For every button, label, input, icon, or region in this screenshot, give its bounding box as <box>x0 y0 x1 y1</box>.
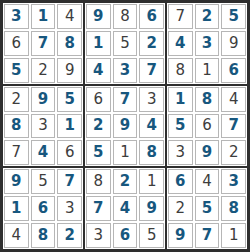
cell-r6c4[interactable]: 5 <box>86 140 111 165</box>
cell-r2c3[interactable]: 8 <box>57 31 82 56</box>
cell-r9c7[interactable]: 9 <box>168 223 193 248</box>
cell-r1c2[interactable]: 1 <box>31 4 56 29</box>
cell-r3c3[interactable]: 9 <box>57 58 82 83</box>
cell-r8c7[interactable]: 2 <box>168 196 193 221</box>
cell-r1c8[interactable]: 2 <box>195 4 220 29</box>
cell-r8c2[interactable]: 6 <box>31 196 56 221</box>
cell-r7c9[interactable]: 3 <box>221 169 246 194</box>
cell-r7c2[interactable]: 5 <box>31 169 56 194</box>
cell-r9c6[interactable]: 5 <box>139 223 164 248</box>
box-6: 184567392 <box>166 85 248 168</box>
cell-r9c1[interactable]: 4 <box>4 223 29 248</box>
cell-r1c7[interactable]: 7 <box>168 4 193 29</box>
cell-r2c1[interactable]: 6 <box>4 31 29 56</box>
box-7: 957163482 <box>2 167 84 250</box>
cell-r1c5[interactable]: 8 <box>113 4 138 29</box>
cell-r8c9[interactable]: 8 <box>221 196 246 221</box>
cell-r3c9[interactable]: 6 <box>221 58 246 83</box>
cell-r3c7[interactable]: 8 <box>168 58 193 83</box>
cell-r1c4[interactable]: 9 <box>86 4 111 29</box>
cell-r7c6[interactable]: 1 <box>139 169 164 194</box>
cell-r4c1[interactable]: 2 <box>4 87 29 112</box>
cell-r2c5[interactable]: 5 <box>113 31 138 56</box>
cell-r4c7[interactable]: 1 <box>168 87 193 112</box>
cell-r2c8[interactable]: 3 <box>195 31 220 56</box>
cell-r1c3[interactable]: 4 <box>57 4 82 29</box>
cell-r7c8[interactable]: 4 <box>195 169 220 194</box>
cell-r6c3[interactable]: 6 <box>57 140 82 165</box>
cell-r7c5[interactable]: 2 <box>113 169 138 194</box>
box-3: 725439816 <box>166 2 248 85</box>
cell-r7c3[interactable]: 7 <box>57 169 82 194</box>
cell-r5c3[interactable]: 1 <box>57 114 82 139</box>
cell-r8c5[interactable]: 4 <box>113 196 138 221</box>
cell-r9c8[interactable]: 7 <box>195 223 220 248</box>
cell-r2c2[interactable]: 7 <box>31 31 56 56</box>
cell-r1c6[interactable]: 6 <box>139 4 164 29</box>
cell-r4c2[interactable]: 9 <box>31 87 56 112</box>
cell-r6c6[interactable]: 8 <box>139 140 164 165</box>
cell-r3c8[interactable]: 1 <box>195 58 220 83</box>
cell-r3c2[interactable]: 2 <box>31 58 56 83</box>
cell-r6c5[interactable]: 1 <box>113 140 138 165</box>
cell-r4c9[interactable]: 4 <box>221 87 246 112</box>
cell-r9c4[interactable]: 3 <box>86 223 111 248</box>
cell-r9c5[interactable]: 6 <box>113 223 138 248</box>
cell-r5c1[interactable]: 8 <box>4 114 29 139</box>
cell-r4c3[interactable]: 5 <box>57 87 82 112</box>
cell-r3c1[interactable]: 5 <box>4 58 29 83</box>
cell-r5c6[interactable]: 4 <box>139 114 164 139</box>
cell-r2c7[interactable]: 4 <box>168 31 193 56</box>
box-8: 821749365 <box>84 167 166 250</box>
cell-r5c2[interactable]: 3 <box>31 114 56 139</box>
cell-r2c9[interactable]: 9 <box>221 31 246 56</box>
cell-r5c9[interactable]: 7 <box>221 114 246 139</box>
cell-r4c6[interactable]: 3 <box>139 87 164 112</box>
cell-r6c8[interactable]: 9 <box>195 140 220 165</box>
cell-r2c4[interactable]: 1 <box>86 31 111 56</box>
cell-r4c8[interactable]: 8 <box>195 87 220 112</box>
cell-r7c4[interactable]: 8 <box>86 169 111 194</box>
cell-r1c1[interactable]: 3 <box>4 4 29 29</box>
cell-r5c4[interactable]: 2 <box>86 114 111 139</box>
cell-r4c4[interactable]: 6 <box>86 87 111 112</box>
cell-r1c9[interactable]: 5 <box>221 4 246 29</box>
cell-r9c9[interactable]: 1 <box>221 223 246 248</box>
cell-r8c8[interactable]: 5 <box>195 196 220 221</box>
cell-r5c7[interactable]: 5 <box>168 114 193 139</box>
cell-r6c2[interactable]: 4 <box>31 140 56 165</box>
cell-r7c1[interactable]: 9 <box>4 169 29 194</box>
cell-r4c5[interactable]: 7 <box>113 87 138 112</box>
box-9: 643258971 <box>166 167 248 250</box>
cell-r6c1[interactable]: 7 <box>4 140 29 165</box>
cell-r3c5[interactable]: 3 <box>113 58 138 83</box>
box-1: 314678529 <box>2 2 84 85</box>
cell-r9c3[interactable]: 2 <box>57 223 82 248</box>
sudoku-board: 3146785299861524377254398162958317466732… <box>0 0 250 252</box>
box-5: 673294518 <box>84 85 166 168</box>
cell-r8c3[interactable]: 3 <box>57 196 82 221</box>
cell-r8c6[interactable]: 9 <box>139 196 164 221</box>
cell-r8c1[interactable]: 1 <box>4 196 29 221</box>
cell-r8c4[interactable]: 7 <box>86 196 111 221</box>
box-4: 295831746 <box>2 85 84 168</box>
cell-r7c7[interactable]: 6 <box>168 169 193 194</box>
cell-r3c4[interactable]: 4 <box>86 58 111 83</box>
box-2: 986152437 <box>84 2 166 85</box>
cell-r3c6[interactable]: 7 <box>139 58 164 83</box>
cell-r9c2[interactable]: 8 <box>31 223 56 248</box>
cell-r5c5[interactable]: 9 <box>113 114 138 139</box>
cell-r6c9[interactable]: 2 <box>221 140 246 165</box>
cell-r5c8[interactable]: 6 <box>195 114 220 139</box>
cell-r2c6[interactable]: 2 <box>139 31 164 56</box>
cell-r6c7[interactable]: 3 <box>168 140 193 165</box>
